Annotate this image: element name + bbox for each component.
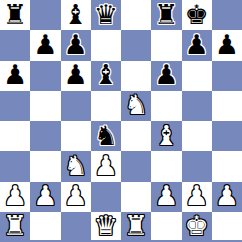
square-h1[interactable] [212, 212, 242, 242]
square-e2[interactable] [121, 182, 151, 212]
square-d4[interactable]: ♞ [91, 121, 121, 151]
square-e6[interactable] [121, 61, 151, 91]
square-f2[interactable]: ♟ [151, 182, 181, 212]
square-d5[interactable] [91, 91, 121, 121]
square-g8[interactable]: ♚ [182, 0, 212, 30]
white-pawn[interactable]: ♟ [154, 182, 178, 209]
square-b1[interactable] [30, 212, 60, 242]
square-d1[interactable]: ♛ [91, 212, 121, 242]
square-c1[interactable] [61, 212, 91, 242]
square-b3[interactable] [30, 151, 60, 181]
black-pawn[interactable]: ♟ [154, 61, 178, 88]
square-a6[interactable]: ♟ [0, 61, 30, 91]
square-d2[interactable] [91, 182, 121, 212]
square-e4[interactable] [121, 121, 151, 151]
square-e8[interactable] [121, 0, 151, 30]
square-g6[interactable] [182, 61, 212, 91]
white-knight[interactable]: ♞ [124, 91, 148, 118]
white-knight[interactable]: ♞ [64, 152, 88, 179]
square-a7[interactable] [0, 30, 30, 60]
square-h7[interactable]: ♟ [212, 30, 242, 60]
square-f1[interactable] [151, 212, 181, 242]
black-queen[interactable]: ♛ [94, 1, 118, 28]
white-rook[interactable]: ♜ [3, 212, 27, 239]
square-h4[interactable] [212, 121, 242, 151]
square-d3[interactable]: ♟ [91, 151, 121, 181]
square-a3[interactable] [0, 151, 30, 181]
square-e5[interactable]: ♞ [121, 91, 151, 121]
black-bishop[interactable]: ♝ [94, 61, 118, 88]
square-f6[interactable]: ♟ [151, 61, 181, 91]
square-f7[interactable] [151, 30, 181, 60]
square-g2[interactable]: ♟ [182, 182, 212, 212]
square-f8[interactable]: ♜ [151, 0, 181, 30]
square-f5[interactable] [151, 91, 181, 121]
black-knight[interactable]: ♞ [94, 122, 118, 149]
square-c8[interactable]: ♝ [61, 0, 91, 30]
square-h3[interactable] [212, 151, 242, 181]
square-d6[interactable]: ♝ [91, 61, 121, 91]
black-pawn[interactable]: ♟ [64, 61, 88, 88]
square-h2[interactable]: ♟ [212, 182, 242, 212]
square-g1[interactable]: ♚ [182, 212, 212, 242]
square-c3[interactable]: ♞ [61, 151, 91, 181]
square-c6[interactable]: ♟ [61, 61, 91, 91]
square-e7[interactable] [121, 30, 151, 60]
square-b6[interactable] [30, 61, 60, 91]
white-pawn[interactable]: ♟ [94, 152, 118, 179]
white-pawn[interactable]: ♟ [215, 182, 239, 209]
square-b8[interactable] [30, 0, 60, 30]
square-a4[interactable] [0, 121, 30, 151]
square-b5[interactable] [30, 91, 60, 121]
black-pawn[interactable]: ♟ [64, 31, 88, 58]
square-c7[interactable]: ♟ [61, 30, 91, 60]
square-h8[interactable] [212, 0, 242, 30]
black-pawn[interactable]: ♟ [215, 31, 239, 58]
square-a1[interactable]: ♜ [0, 212, 30, 242]
square-g4[interactable] [182, 121, 212, 151]
square-f3[interactable] [151, 151, 181, 181]
square-c2[interactable]: ♟ [61, 182, 91, 212]
square-c4[interactable] [61, 121, 91, 151]
white-rook[interactable]: ♜ [124, 212, 148, 239]
square-c5[interactable] [61, 91, 91, 121]
square-a5[interactable] [0, 91, 30, 121]
square-d7[interactable] [91, 30, 121, 60]
white-pawn[interactable]: ♟ [185, 182, 209, 209]
white-pawn[interactable]: ♟ [64, 182, 88, 209]
black-pawn[interactable]: ♟ [3, 61, 27, 88]
square-e1[interactable]: ♜ [121, 212, 151, 242]
square-a8[interactable]: ♜ [0, 0, 30, 30]
white-king[interactable]: ♚ [185, 212, 209, 239]
white-queen[interactable]: ♛ [94, 212, 118, 239]
square-d8[interactable]: ♛ [91, 0, 121, 30]
square-h5[interactable] [212, 91, 242, 121]
black-bishop[interactable]: ♝ [64, 1, 88, 28]
square-g7[interactable]: ♟ [182, 30, 212, 60]
square-g3[interactable] [182, 151, 212, 181]
square-b4[interactable] [30, 121, 60, 151]
black-king[interactable]: ♚ [185, 1, 209, 28]
square-b7[interactable]: ♟ [30, 30, 60, 60]
black-rook[interactable]: ♜ [154, 1, 178, 28]
black-pawn[interactable]: ♟ [185, 31, 209, 58]
chess-board: ♜♝♛♜♚♟♟♟♟♟♟♝♟♞♞♝♞♟♟♟♟♟♟♟♜♛♜♚ [0, 0, 242, 242]
black-rook[interactable]: ♜ [3, 1, 27, 28]
black-pawn[interactable]: ♟ [33, 31, 57, 58]
square-g5[interactable] [182, 91, 212, 121]
square-e3[interactable] [121, 151, 151, 181]
square-b2[interactable]: ♟ [30, 182, 60, 212]
square-a2[interactable]: ♟ [0, 182, 30, 212]
white-pawn[interactable]: ♟ [33, 182, 57, 209]
white-pawn[interactable]: ♟ [3, 182, 27, 209]
square-f4[interactable]: ♝ [151, 121, 181, 151]
square-h6[interactable] [212, 61, 242, 91]
white-bishop[interactable]: ♝ [154, 122, 178, 149]
